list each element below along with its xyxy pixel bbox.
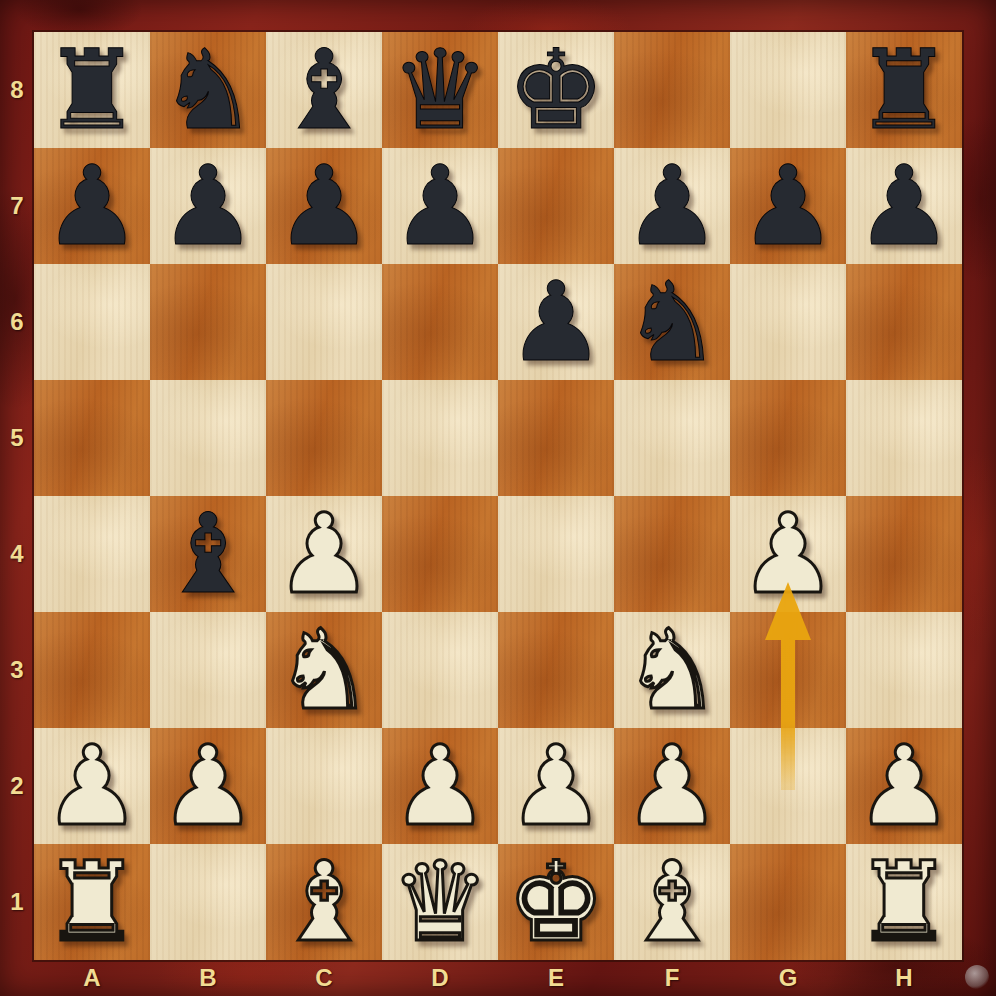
black-pawn-d7[interactable]: ♟ bbox=[382, 148, 498, 264]
rank-label-3: 3 bbox=[0, 612, 34, 728]
square-d7[interactable]: ♟ bbox=[382, 148, 498, 264]
square-h1[interactable]: ♜ bbox=[846, 844, 962, 960]
square-b2[interactable]: ♟ bbox=[150, 728, 266, 844]
square-f6[interactable]: ♞ bbox=[614, 264, 730, 380]
square-c2[interactable] bbox=[266, 728, 382, 844]
corner-dot bbox=[965, 965, 989, 989]
square-g3[interactable] bbox=[730, 612, 846, 728]
white-rook-a1[interactable]: ♜ bbox=[34, 844, 150, 960]
square-e6[interactable]: ♟ bbox=[498, 264, 614, 380]
square-b7[interactable]: ♟ bbox=[150, 148, 266, 264]
square-d3[interactable] bbox=[382, 612, 498, 728]
rank-label-6: 6 bbox=[0, 264, 34, 380]
square-e5[interactable] bbox=[498, 380, 614, 496]
white-knight-f3[interactable]: ♞ bbox=[614, 612, 730, 728]
rank-label-1: 1 bbox=[0, 844, 34, 960]
square-e3[interactable] bbox=[498, 612, 614, 728]
square-d4[interactable] bbox=[382, 496, 498, 612]
square-b3[interactable] bbox=[150, 612, 266, 728]
square-a3[interactable] bbox=[34, 612, 150, 728]
square-a4[interactable] bbox=[34, 496, 150, 612]
black-pawn-c7[interactable]: ♟ bbox=[266, 148, 382, 264]
square-h4[interactable] bbox=[846, 496, 962, 612]
square-c4[interactable]: ♟ bbox=[266, 496, 382, 612]
square-g8[interactable] bbox=[730, 32, 846, 148]
white-pawn-c4[interactable]: ♟ bbox=[266, 496, 382, 612]
square-h5[interactable] bbox=[846, 380, 962, 496]
square-a5[interactable] bbox=[34, 380, 150, 496]
white-pawn-h2[interactable]: ♟ bbox=[846, 728, 962, 844]
square-d5[interactable] bbox=[382, 380, 498, 496]
square-g5[interactable] bbox=[730, 380, 846, 496]
black-king-e8[interactable]: ♚ bbox=[498, 32, 614, 148]
square-b4[interactable]: ♝ bbox=[150, 496, 266, 612]
square-a7[interactable]: ♟ bbox=[34, 148, 150, 264]
square-b6[interactable] bbox=[150, 264, 266, 380]
square-c8[interactable]: ♝ bbox=[266, 32, 382, 148]
black-pawn-h7[interactable]: ♟ bbox=[846, 148, 962, 264]
white-knight-c3[interactable]: ♞ bbox=[266, 612, 382, 728]
square-f8[interactable] bbox=[614, 32, 730, 148]
square-e7[interactable] bbox=[498, 148, 614, 264]
white-bishop-f1[interactable]: ♝ bbox=[614, 844, 730, 960]
black-pawn-g7[interactable]: ♟ bbox=[730, 148, 846, 264]
square-e2[interactable]: ♟ bbox=[498, 728, 614, 844]
square-a2[interactable]: ♟ bbox=[34, 728, 150, 844]
square-c5[interactable] bbox=[266, 380, 382, 496]
white-pawn-g4[interactable]: ♟ bbox=[730, 496, 846, 612]
black-bishop-c8[interactable]: ♝ bbox=[266, 32, 382, 148]
white-pawn-a2[interactable]: ♟ bbox=[34, 728, 150, 844]
black-knight-b8[interactable]: ♞ bbox=[150, 32, 266, 148]
square-b5[interactable] bbox=[150, 380, 266, 496]
square-f1[interactable]: ♝ bbox=[614, 844, 730, 960]
file-label-g: G bbox=[730, 960, 846, 996]
square-a1[interactable]: ♜ bbox=[34, 844, 150, 960]
white-queen-d1[interactable]: ♛ bbox=[382, 844, 498, 960]
black-bishop-b4[interactable]: ♝ bbox=[150, 496, 266, 612]
square-g7[interactable]: ♟ bbox=[730, 148, 846, 264]
file-labels: ABCDEFGH bbox=[34, 960, 962, 996]
square-a8[interactable]: ♜ bbox=[34, 32, 150, 148]
black-knight-f6[interactable]: ♞ bbox=[614, 264, 730, 380]
square-f7[interactable]: ♟ bbox=[614, 148, 730, 264]
square-g2[interactable] bbox=[730, 728, 846, 844]
square-h2[interactable]: ♟ bbox=[846, 728, 962, 844]
square-h3[interactable] bbox=[846, 612, 962, 728]
rank-label-4: 4 bbox=[0, 496, 34, 612]
white-rook-h1[interactable]: ♜ bbox=[846, 844, 962, 960]
square-g4[interactable]: ♟ bbox=[730, 496, 846, 612]
square-g1[interactable] bbox=[730, 844, 846, 960]
rank-label-8: 8 bbox=[0, 32, 34, 148]
white-pawn-d2[interactable]: ♟ bbox=[382, 728, 498, 844]
black-rook-a8[interactable]: ♜ bbox=[34, 32, 150, 148]
square-h6[interactable] bbox=[846, 264, 962, 380]
square-c6[interactable] bbox=[266, 264, 382, 380]
white-pawn-b2[interactable]: ♟ bbox=[150, 728, 266, 844]
board-frame: 87654321 ABCDEFGH ♜♞♝♛♚♜♟♟♟♟♟♟♟♟♞♝♟♟♞♞♟♟… bbox=[0, 0, 996, 996]
black-pawn-a7[interactable]: ♟ bbox=[34, 148, 150, 264]
rank-label-2: 2 bbox=[0, 728, 34, 844]
black-queen-d8[interactable]: ♛ bbox=[382, 32, 498, 148]
square-h8[interactable]: ♜ bbox=[846, 32, 962, 148]
square-e8[interactable]: ♚ bbox=[498, 32, 614, 148]
square-f5[interactable] bbox=[614, 380, 730, 496]
square-c7[interactable]: ♟ bbox=[266, 148, 382, 264]
white-bishop-c1[interactable]: ♝ bbox=[266, 844, 382, 960]
black-pawn-f7[interactable]: ♟ bbox=[614, 148, 730, 264]
square-e1[interactable]: ♚ bbox=[498, 844, 614, 960]
black-pawn-e6[interactable]: ♟ bbox=[498, 264, 614, 380]
square-c3[interactable]: ♞ bbox=[266, 612, 382, 728]
white-king-e1[interactable]: ♚ bbox=[498, 844, 614, 960]
square-g6[interactable] bbox=[730, 264, 846, 380]
square-b1[interactable] bbox=[150, 844, 266, 960]
square-d1[interactable]: ♛ bbox=[382, 844, 498, 960]
square-d8[interactable]: ♛ bbox=[382, 32, 498, 148]
square-d2[interactable]: ♟ bbox=[382, 728, 498, 844]
square-f4[interactable] bbox=[614, 496, 730, 612]
rank-label-7: 7 bbox=[0, 148, 34, 264]
black-pawn-b7[interactable]: ♟ bbox=[150, 148, 266, 264]
file-label-b: B bbox=[150, 960, 266, 996]
square-a6[interactable] bbox=[34, 264, 150, 380]
chess-board: ♜♞♝♛♚♜♟♟♟♟♟♟♟♟♞♝♟♟♞♞♟♟♟♟♟♟♜♝♛♚♝♜ bbox=[34, 32, 962, 960]
rank-labels: 87654321 bbox=[0, 32, 34, 960]
rank-label-5: 5 bbox=[0, 380, 34, 496]
white-pawn-f2[interactable]: ♟ bbox=[614, 728, 730, 844]
square-h7[interactable]: ♟ bbox=[846, 148, 962, 264]
square-d6[interactable] bbox=[382, 264, 498, 380]
square-b8[interactable]: ♞ bbox=[150, 32, 266, 148]
white-pawn-e2[interactable]: ♟ bbox=[498, 728, 614, 844]
square-c1[interactable]: ♝ bbox=[266, 844, 382, 960]
black-rook-h8[interactable]: ♜ bbox=[846, 32, 962, 148]
square-f2[interactable]: ♟ bbox=[614, 728, 730, 844]
square-e4[interactable] bbox=[498, 496, 614, 612]
square-f3[interactable]: ♞ bbox=[614, 612, 730, 728]
